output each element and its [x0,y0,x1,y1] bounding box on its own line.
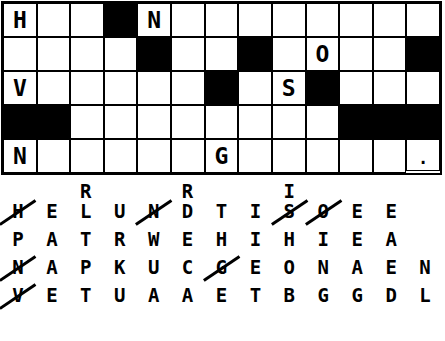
bank-letter-h-c9[interactable]: H [272,229,306,250]
bank-letter-a-c6[interactable]: A [171,285,205,306]
grid-cell-r5c13[interactable]: . [406,139,440,171]
grid-cell-r1c2[interactable] [37,3,71,37]
bank-letter-c-c6[interactable]: C [171,257,205,278]
black-cell-r2c5 [137,37,171,71]
grid-cell-r3c6[interactable] [171,71,205,105]
grid-cell-r3c8[interactable] [238,71,272,105]
bank-letter-r-c4[interactable]: R [103,229,137,250]
grid-cell-r1c13[interactable] [406,3,440,37]
bank-empty-slot [205,181,239,201]
letter-bank: RRIHELUNDTISOEEPATRWEHIHIEANAPKUCGEONAEN… [1,181,442,306]
grid-cell-r2c2[interactable] [37,37,71,71]
grid-cell-r5c10[interactable] [306,139,340,173]
bank-letter-crossed-v-c1[interactable]: V [1,285,35,306]
black-cell-r4c12 [373,105,407,139]
grid-cell-r5c1[interactable]: N [3,139,37,173]
bank-row-5: VETUAAETBGGDL [1,285,442,306]
grid-cell-r2c7[interactable] [205,37,239,71]
strikethrough-line [0,283,37,309]
grid-cell-r5c4[interactable] [104,139,138,173]
bank-letter-e-c2[interactable]: E [35,285,69,306]
grid-cell-r3c5[interactable] [137,71,171,105]
bank-letter-e-c11[interactable]: E [340,229,374,250]
grid-cell-r5c8[interactable] [238,139,272,173]
bank-letter-n-c10[interactable]: N [306,257,340,278]
grid-cell-r1c12[interactable] [373,3,407,37]
grid-cell-r2c6[interactable] [171,37,205,71]
bank-empty-slot [35,181,69,201]
grid-cell-r1c10[interactable] [306,3,340,37]
bank-empty-slot [306,181,340,201]
bank-letter-d-c12[interactable]: D [374,285,408,306]
grid-cell-r3c4[interactable] [104,71,138,105]
bank-letter-h-c7[interactable]: H [205,229,239,250]
strikethrough-line [203,255,240,281]
strikethrough-line [0,255,37,281]
bank-letter-d-c6[interactable]: D [171,201,205,222]
grid-cell-r4c3[interactable] [70,105,104,139]
bank-empty-slot [408,229,442,250]
bank-row-2: HELUNDTISOEE [1,201,442,222]
grid-cell-r5c2[interactable] [37,139,71,173]
grid-cell-r5c9[interactable] [272,139,306,173]
black-cell-r2c13 [406,37,440,71]
dropquote-grid: HNOVSNG. [1,1,442,175]
bank-letter-e-c11[interactable]: E [340,201,374,222]
grid-cell-r3c1[interactable]: V [3,71,37,105]
black-cell-r4c11 [339,105,373,139]
grid-cell-r5c6[interactable] [171,139,205,173]
strikethrough-line [305,199,342,225]
black-cell-r3c7 [205,71,239,105]
bank-letter-l-c3[interactable]: L [69,201,103,222]
grid-cell-r4c9[interactable] [272,105,306,139]
bank-letter-u-c4[interactable]: U [103,201,137,222]
bank-letter-i-c8[interactable]: I [238,229,272,250]
bank-letter-i-c8[interactable]: I [238,201,272,222]
grid-cell-r5c11[interactable] [339,139,373,173]
bank-letter-crossed-n-c5[interactable]: N [137,201,171,222]
bank-letter-o-c9[interactable]: O [272,257,306,278]
bank-letter-a-c12[interactable]: A [374,229,408,250]
bank-letter-a-c11[interactable]: A [340,257,374,278]
black-cell-r2c8 [238,37,272,71]
bank-letter-r-c3[interactable]: R [69,181,103,201]
bank-empty-slot [137,181,171,201]
grid-cell-r4c6[interactable] [171,105,205,139]
grid-cell-r3c9[interactable]: S [272,71,306,105]
bank-empty-slot [374,181,408,201]
grid-cell-r3c13[interactable] [406,71,440,105]
grid-cell-r1c11[interactable] [339,3,373,37]
grid-cell-r4c10[interactable] [306,105,340,139]
bank-row-1: RRI [1,181,442,201]
grid-cell-r4c7[interactable] [205,105,239,139]
bank-letter-n-c13[interactable]: N [408,257,442,278]
bank-empty-slot [238,181,272,201]
grid-cell-r4c5[interactable] [137,105,171,139]
bank-empty-slot [408,181,442,201]
strikethrough-line [271,199,308,225]
bank-letter-e-c2[interactable]: E [35,201,69,222]
bank-letter-t-c8[interactable]: T [238,285,272,306]
bank-letter-b-c9[interactable]: B [272,285,306,306]
bank-letter-u-c5[interactable]: U [137,257,171,278]
bank-letter-e-c8[interactable]: E [238,257,272,278]
grid-cell-r2c9[interactable] [272,37,306,71]
bank-empty-slot [340,181,374,201]
bank-letter-a-c2[interactable]: A [35,257,69,278]
bank-letter-t-c7[interactable]: T [205,201,239,222]
grid-cell-r5c3[interactable] [70,139,104,173]
bank-letter-a-c5[interactable]: A [137,285,171,306]
grid-cell-r2c1[interactable] [3,37,37,71]
bank-row-4: NAPKUCGEONAEN [1,257,442,278]
bank-letter-t-c3[interactable]: T [69,229,103,250]
grid-cell-r1c8[interactable] [238,3,272,37]
bank-empty-slot [103,181,137,201]
bank-row-3: PATRWEHIHIEA [1,229,442,250]
bank-letter-a-c2[interactable]: A [35,229,69,250]
grid-cell-r1c1[interactable]: H [3,3,37,37]
grid-cell-r1c7[interactable] [205,3,239,37]
grid-cell-r3c12[interactable] [373,71,407,105]
grid-cell-r2c12[interactable] [373,37,407,71]
grid-cell-r5c12[interactable] [373,139,407,173]
bank-letter-t-c3[interactable]: T [69,285,103,306]
bank-letter-g-c10[interactable]: G [306,285,340,306]
bank-letter-crossed-o-c10[interactable]: O [306,201,340,222]
bank-letter-e-c7[interactable]: E [205,285,239,306]
grid-cell-r2c10[interactable]: O [306,37,340,71]
bank-letter-p-c3[interactable]: P [69,257,103,278]
bank-letter-crossed-g-c7[interactable]: G [205,257,239,278]
grid-cell-r1c5[interactable]: N [137,3,171,37]
bank-letter-crossed-n-c1[interactable]: N [1,257,35,278]
bank-letter-crossed-h-c1[interactable]: H [1,201,35,222]
bank-letter-i-c10[interactable]: I [306,229,340,250]
strikethrough-line [135,199,172,225]
grid-cell-r3c11[interactable] [339,71,373,105]
grid-cell-r5c5[interactable] [137,139,171,173]
bank-letter-k-c4[interactable]: K [103,257,137,278]
black-cell-r4c13 [406,105,440,139]
bank-letter-w-c5[interactable]: W [137,229,171,250]
bank-letter-i-c9[interactable]: I [272,181,306,201]
grid-cell-r5c7[interactable]: G [205,139,239,173]
grid-cell-r3c3[interactable] [70,71,104,105]
bank-letter-e-c6[interactable]: E [171,229,205,250]
grid-cell-r4c4[interactable] [104,105,138,139]
grid-cell-r4c8[interactable] [238,105,272,139]
grid-cell-r1c9[interactable] [272,3,306,37]
bank-letter-e-c12[interactable]: E [374,201,408,222]
bank-empty-slot [408,201,442,222]
bank-letter-r-c6[interactable]: R [171,181,205,201]
bank-letter-p-c1[interactable]: P [1,229,35,250]
bank-letter-g-c11[interactable]: G [340,285,374,306]
bank-letter-crossed-s-c9[interactable]: S [272,201,306,222]
grid-cell-r3c2[interactable] [37,71,71,105]
grid-cell-r1c6[interactable] [171,3,205,37]
black-cell-r4c2 [37,105,71,139]
bank-letter-e-c12[interactable]: E [374,257,408,278]
bank-letter-u-c4[interactable]: U [103,285,137,306]
strikethrough-line [0,199,37,225]
bank-empty-slot [1,181,35,201]
bank-letter-l-c13[interactable]: L [408,285,442,306]
grid-cell-r2c4[interactable] [104,37,138,71]
black-cell-r1c4 [104,3,138,37]
grid-cell-r1c3[interactable] [70,3,104,37]
black-cell-r3c10 [306,71,340,105]
grid-cell-r2c11[interactable] [339,37,373,71]
grid-cell-r2c3[interactable] [70,37,104,71]
black-cell-r4c1 [3,105,37,139]
